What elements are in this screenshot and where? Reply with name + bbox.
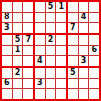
sudoku-cell-r5c1[interactable] bbox=[2, 46, 12, 56]
sudoku-cell-r3c8[interactable] bbox=[79, 23, 89, 33]
sudoku-cell-r8c9[interactable] bbox=[89, 79, 99, 89]
sudoku-cell-r9c6[interactable] bbox=[56, 89, 66, 99]
sudoku-cell-r3c4[interactable] bbox=[35, 23, 45, 33]
sudoku-cell-r2c4[interactable] bbox=[35, 13, 45, 23]
sudoku-cell-r9c9[interactable] bbox=[89, 89, 99, 99]
sudoku-cell-r8c5[interactable] bbox=[46, 79, 56, 89]
sudoku-cell-r9c8[interactable] bbox=[79, 89, 89, 99]
sudoku-cell-r2c2[interactable] bbox=[13, 13, 23, 23]
sudoku-cell-r8c2[interactable] bbox=[13, 79, 23, 89]
sudoku-cell-r3c1[interactable]: 3 bbox=[2, 23, 12, 33]
sudoku-cell-r5c2[interactable]: 1 bbox=[13, 46, 23, 56]
sudoku-cell-r1c7[interactable] bbox=[68, 2, 78, 12]
sudoku-cell-r2c5[interactable] bbox=[46, 13, 56, 23]
sudoku-cell-r6c3[interactable] bbox=[23, 56, 33, 66]
sudoku-cell-r5c9[interactable]: 6 bbox=[89, 46, 99, 56]
sudoku-cell-r4c9[interactable] bbox=[89, 35, 99, 45]
sudoku-cell-r6c1[interactable] bbox=[2, 56, 12, 66]
sudoku-cell-r7c7[interactable]: 5 bbox=[68, 68, 78, 78]
sudoku-cell-r5c5[interactable] bbox=[46, 46, 56, 56]
sudoku-cell-r1c9[interactable] bbox=[89, 2, 99, 12]
sudoku-cell-r7c5[interactable] bbox=[46, 68, 56, 78]
sudoku-cell-r1c4[interactable] bbox=[35, 2, 45, 12]
sudoku-cell-r1c2[interactable] bbox=[13, 2, 23, 12]
sudoku-cell-r2c9[interactable] bbox=[89, 13, 99, 23]
sudoku-cell-r1c8[interactable] bbox=[79, 2, 89, 12]
sudoku-cell-r8c1[interactable]: 6 bbox=[2, 79, 12, 89]
sudoku-cell-r4c8[interactable] bbox=[79, 35, 89, 45]
sudoku-cell-r5c3[interactable] bbox=[23, 46, 33, 56]
sudoku-cell-r7c1[interactable] bbox=[2, 68, 12, 78]
sudoku-cell-r2c1[interactable]: 8 bbox=[2, 13, 12, 23]
sudoku-cell-r7c9[interactable] bbox=[89, 68, 99, 78]
sudoku-cell-r9c2[interactable] bbox=[13, 89, 23, 99]
sudoku-cell-r8c7[interactable] bbox=[68, 79, 78, 89]
sudoku-cell-r3c6[interactable] bbox=[56, 23, 66, 33]
sudoku-cell-r1c6[interactable]: 1 bbox=[56, 2, 66, 12]
sudoku-cell-r6c2[interactable] bbox=[13, 56, 23, 66]
sudoku-cell-r1c1[interactable] bbox=[2, 2, 12, 12]
sudoku-cell-r9c4[interactable] bbox=[35, 89, 45, 99]
sudoku-cell-r5c6[interactable] bbox=[56, 46, 66, 56]
sudoku-cell-r6c4[interactable]: 4 bbox=[35, 56, 45, 66]
sudoku-cell-r4c3[interactable]: 7 bbox=[23, 35, 33, 45]
sudoku-cell-r2c8[interactable]: 4 bbox=[79, 13, 89, 23]
sudoku-cell-r7c6[interactable] bbox=[56, 68, 66, 78]
sudoku-cell-r9c1[interactable] bbox=[2, 89, 12, 99]
sudoku-cell-r1c3[interactable] bbox=[23, 2, 33, 12]
sudoku-cell-r1c5[interactable]: 5 bbox=[46, 2, 56, 12]
sudoku-cell-r6c7[interactable] bbox=[68, 56, 78, 66]
sudoku-board: 51843757216432563 bbox=[0, 0, 101, 101]
sudoku-cell-r3c7[interactable]: 7 bbox=[68, 23, 78, 33]
sudoku-cell-r8c8[interactable] bbox=[79, 79, 89, 89]
sudoku-cell-r6c8[interactable]: 3 bbox=[79, 56, 89, 66]
sudoku-cell-r4c5[interactable]: 2 bbox=[46, 35, 56, 45]
sudoku-cell-r7c4[interactable] bbox=[35, 68, 45, 78]
sudoku-cell-r5c4[interactable] bbox=[35, 46, 45, 56]
sudoku-cell-r9c7[interactable] bbox=[68, 89, 78, 99]
sudoku-cell-r2c7[interactable] bbox=[68, 13, 78, 23]
sudoku-cell-r8c6[interactable] bbox=[56, 79, 66, 89]
sudoku-cell-r2c6[interactable] bbox=[56, 13, 66, 23]
sudoku-cell-r6c5[interactable] bbox=[46, 56, 56, 66]
sudoku-cell-r7c2[interactable]: 2 bbox=[13, 68, 23, 78]
sudoku-cell-r9c5[interactable] bbox=[46, 89, 56, 99]
sudoku-cell-r6c6[interactable] bbox=[56, 56, 66, 66]
sudoku-cell-r4c6[interactable] bbox=[56, 35, 66, 45]
sudoku-cell-r4c1[interactable] bbox=[2, 35, 12, 45]
sudoku-cell-r3c5[interactable] bbox=[46, 23, 56, 33]
sudoku-cell-r8c3[interactable] bbox=[23, 79, 33, 89]
sudoku-cell-r7c3[interactable] bbox=[23, 68, 33, 78]
sudoku-cell-r2c3[interactable] bbox=[23, 13, 33, 23]
sudoku-cell-r7c8[interactable] bbox=[79, 68, 89, 78]
sudoku-cell-r6c9[interactable] bbox=[89, 56, 99, 66]
sudoku-cell-r5c7[interactable] bbox=[68, 46, 78, 56]
sudoku-cell-r3c2[interactable] bbox=[13, 23, 23, 33]
sudoku-cell-r3c3[interactable] bbox=[23, 23, 33, 33]
sudoku-cell-r4c4[interactable] bbox=[35, 35, 45, 45]
sudoku-cell-r3c9[interactable] bbox=[89, 23, 99, 33]
sudoku-cell-r9c3[interactable] bbox=[23, 89, 33, 99]
sudoku-cell-r4c7[interactable] bbox=[68, 35, 78, 45]
sudoku-cell-r4c2[interactable]: 5 bbox=[13, 35, 23, 45]
sudoku-cell-r5c8[interactable] bbox=[79, 46, 89, 56]
sudoku-cell-r8c4[interactable]: 3 bbox=[35, 79, 45, 89]
